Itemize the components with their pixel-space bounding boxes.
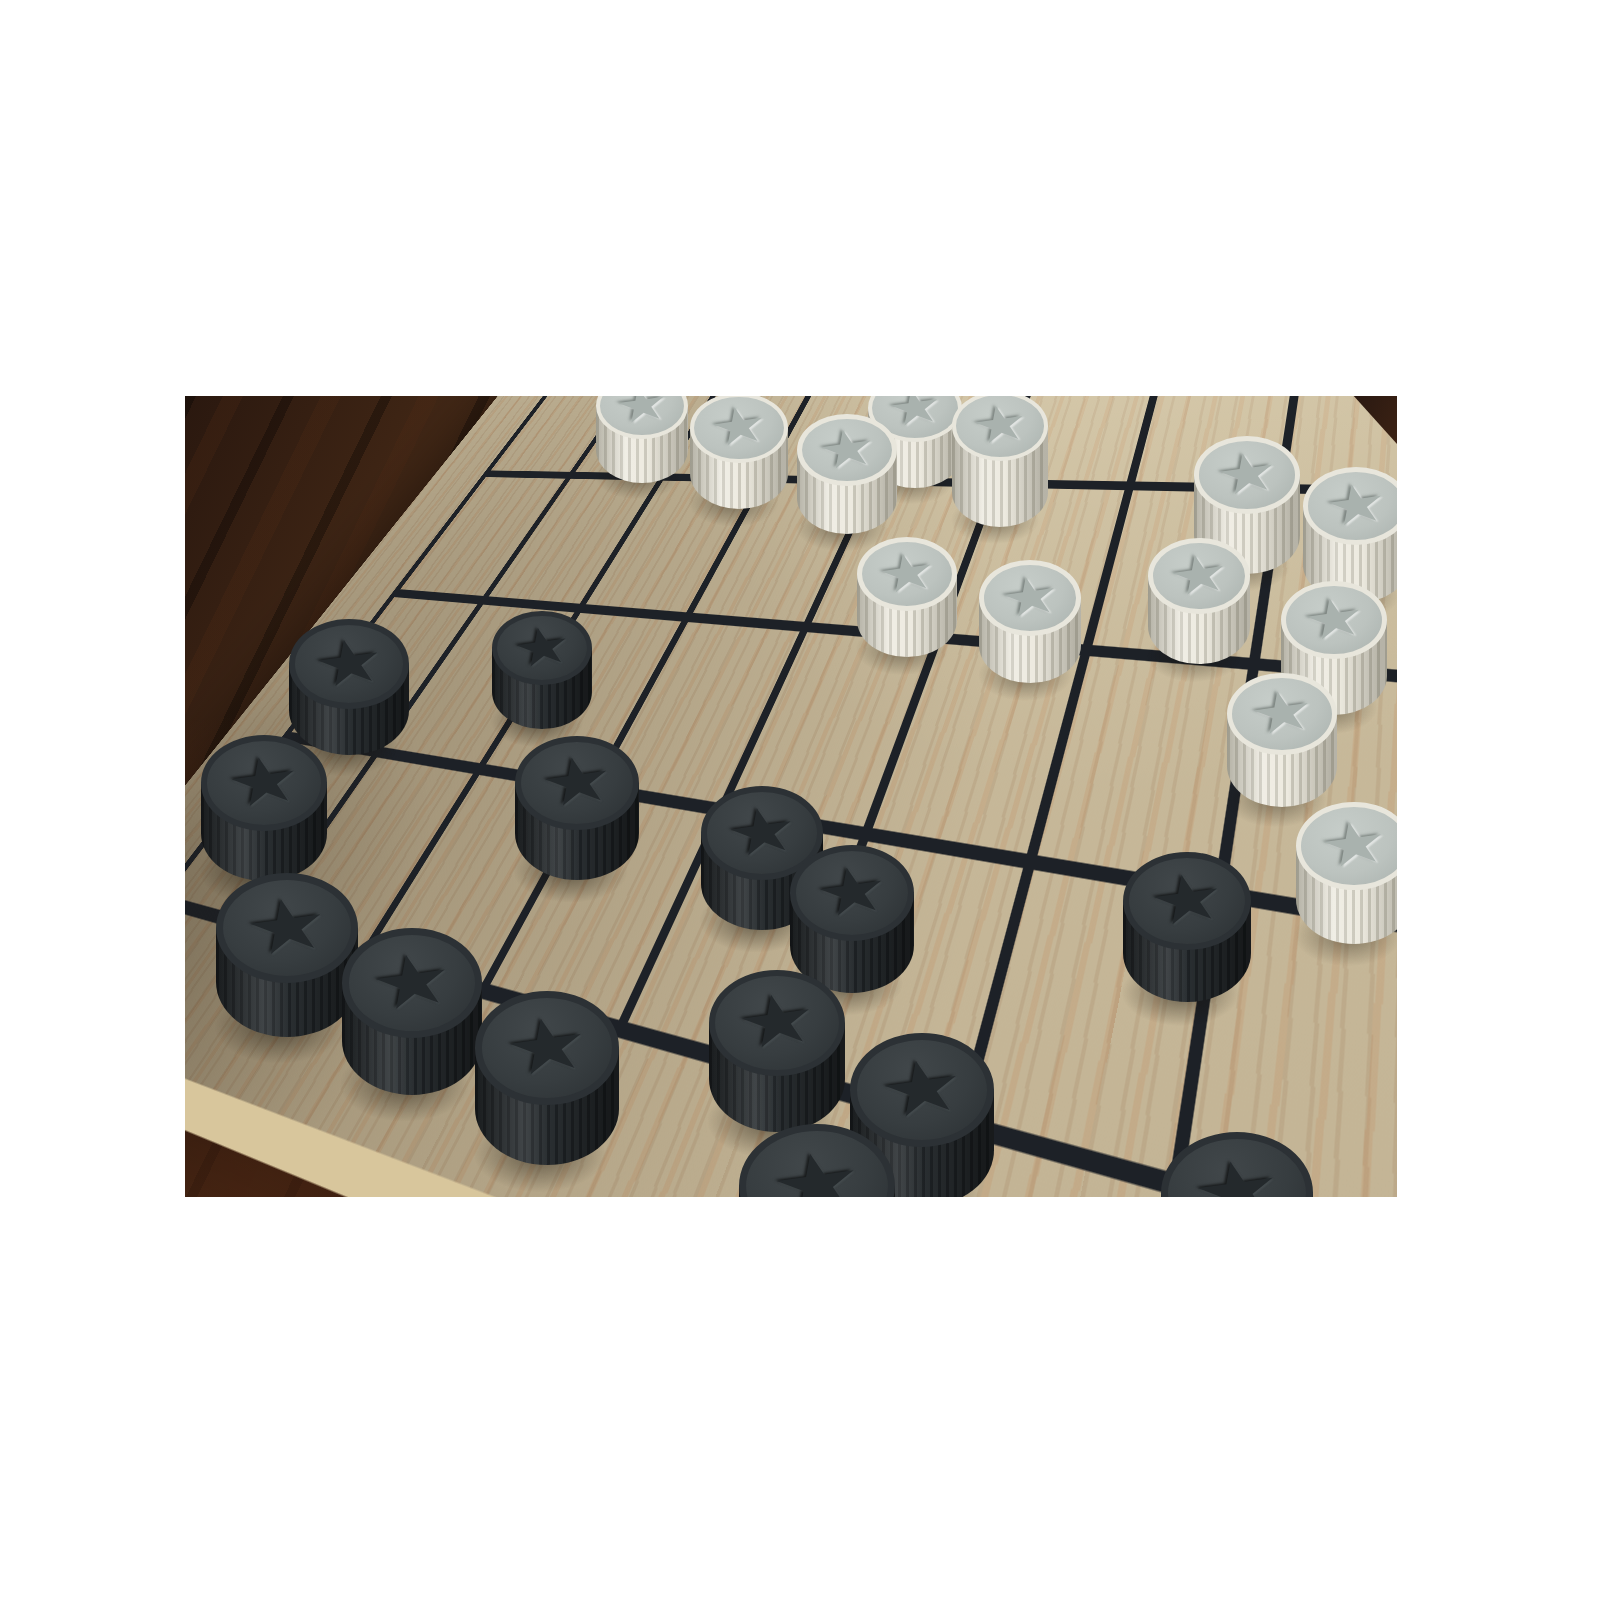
piece-top-face: ★: [492, 611, 592, 686]
page-canvas: { "game": "checkers (Turkish draughts / …: [0, 0, 1600, 1600]
checker-piece-black[interactable]: ★: [515, 736, 639, 880]
checker-piece-black[interactable]: ★: [492, 611, 592, 730]
pieces-layer: ★ ★ ★ ★ ★ ★ ★: [185, 396, 1397, 1197]
piece-top-face: ★: [1303, 467, 1397, 544]
piece-top-face: ★: [342, 928, 482, 1037]
piece-top-face: ★: [1161, 1132, 1313, 1197]
star-icon: ★: [508, 618, 577, 676]
star-icon: ★: [705, 398, 772, 455]
checker-piece-white[interactable]: ★: [1148, 538, 1250, 663]
star-icon: ★: [1314, 811, 1394, 878]
checker-piece-black[interactable]: ★: [739, 1124, 895, 1197]
game-photo: ★ ★ ★ ★ ★ ★ ★: [185, 396, 1397, 1197]
checker-piece-white[interactable]: ★: [1227, 673, 1337, 808]
piece-top-face: ★: [289, 619, 409, 709]
star-icon: ★: [610, 396, 673, 431]
piece-top-face: ★: [475, 991, 619, 1104]
checker-piece-black[interactable]: ★: [342, 928, 482, 1095]
piece-top-face: ★: [952, 396, 1048, 461]
star-icon: ★: [1185, 1147, 1289, 1197]
checker-piece-white[interactable]: ★: [857, 537, 957, 657]
star-icon: ★: [873, 1046, 972, 1129]
checker-piece-white[interactable]: ★: [979, 560, 1081, 683]
star-icon: ★: [873, 544, 942, 602]
star-icon: ★: [813, 420, 882, 478]
star-icon: ★: [1211, 443, 1284, 504]
star-icon: ★: [221, 745, 308, 818]
checker-piece-white[interactable]: ★: [690, 396, 788, 509]
star-icon: ★: [498, 1004, 597, 1087]
piece-top-face: ★: [790, 845, 914, 940]
star-icon: ★: [1298, 588, 1371, 649]
checker-piece-white[interactable]: ★: [1296, 802, 1397, 945]
star-icon: ★: [730, 982, 823, 1061]
star-icon: ★: [364, 941, 460, 1022]
piece-top-face: ★: [797, 414, 897, 487]
piece-top-face: ★: [739, 1124, 895, 1197]
piece-top-face: ★: [1123, 852, 1251, 951]
piece-top-face: ★: [201, 735, 327, 831]
piece-top-face: ★: [1227, 673, 1337, 756]
star-icon: ★: [763, 1139, 870, 1197]
piece-top-face: ★: [515, 736, 639, 830]
star-icon: ★: [1244, 681, 1320, 745]
piece-top-face: ★: [1281, 581, 1387, 660]
piece-top-face: ★: [979, 560, 1081, 636]
piece-top-face: ★: [1194, 436, 1300, 513]
checker-piece-black[interactable]: ★: [1123, 852, 1251, 1003]
checker-piece-black[interactable]: ★: [201, 735, 327, 881]
star-icon: ★: [534, 746, 619, 818]
star-icon: ★: [238, 885, 336, 967]
checker-piece-black[interactable]: ★: [1161, 1132, 1313, 1197]
checker-piece-black[interactable]: ★: [709, 970, 845, 1132]
star-icon: ★: [995, 567, 1065, 626]
piece-top-face: ★: [857, 537, 957, 611]
star-icon: ★: [967, 397, 1033, 453]
star-icon: ★: [1164, 545, 1234, 604]
checker-piece-black[interactable]: ★: [216, 873, 358, 1037]
star-icon: ★: [809, 856, 894, 928]
piece-top-face: ★: [709, 970, 845, 1076]
star-icon: ★: [1143, 862, 1231, 936]
star-icon: ★: [308, 628, 390, 697]
checker-piece-white[interactable]: ★: [952, 396, 1048, 527]
piece-top-face: ★: [1148, 538, 1250, 613]
star-icon: ★: [1320, 474, 1393, 535]
checker-piece-black[interactable]: ★: [475, 991, 619, 1164]
checker-piece-white[interactable]: ★: [797, 414, 897, 535]
piece-top-face: ★: [216, 873, 358, 983]
